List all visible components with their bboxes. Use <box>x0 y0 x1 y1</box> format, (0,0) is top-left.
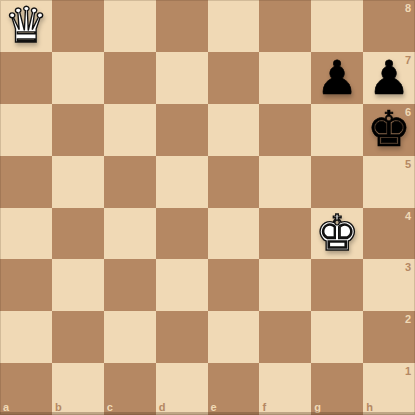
square-e5[interactable] <box>208 156 260 208</box>
square-g7[interactable]: ♟ <box>311 52 363 104</box>
square-a3[interactable] <box>0 259 52 311</box>
black-king[interactable]: ♚ <box>367 105 411 154</box>
square-h6[interactable]: ♚6 <box>363 104 415 156</box>
square-g4[interactable]: ♚ <box>311 208 363 260</box>
square-h3[interactable]: 3 <box>363 259 415 311</box>
rank-label-2: 2 <box>405 314 411 325</box>
square-d8[interactable] <box>156 0 208 52</box>
square-f4[interactable] <box>259 208 311 260</box>
white-king[interactable]: ♚ <box>315 209 359 258</box>
rank-label-5: 5 <box>405 159 411 170</box>
square-b8[interactable] <box>52 0 104 52</box>
rank-label-4: 4 <box>405 211 411 222</box>
square-e2[interactable] <box>208 311 260 363</box>
square-e1[interactable]: e <box>208 363 260 415</box>
square-g1[interactable]: g <box>311 363 363 415</box>
black-pawn[interactable]: ♟ <box>316 54 358 101</box>
square-b4[interactable] <box>52 208 104 260</box>
square-d5[interactable] <box>156 156 208 208</box>
square-g6[interactable] <box>311 104 363 156</box>
square-g8[interactable] <box>311 0 363 52</box>
white-queen[interactable]: ♛ <box>4 1 48 50</box>
square-c7[interactable] <box>104 52 156 104</box>
square-d2[interactable] <box>156 311 208 363</box>
square-a6[interactable] <box>0 104 52 156</box>
square-h1[interactable]: 1h <box>363 363 415 415</box>
file-label-c: c <box>107 402 113 413</box>
square-f3[interactable] <box>259 259 311 311</box>
square-f2[interactable] <box>259 311 311 363</box>
square-f5[interactable] <box>259 156 311 208</box>
square-f1[interactable]: f <box>259 363 311 415</box>
square-d6[interactable] <box>156 104 208 156</box>
square-a2[interactable] <box>0 311 52 363</box>
file-label-a: a <box>3 402 9 413</box>
square-c8[interactable] <box>104 0 156 52</box>
square-f6[interactable] <box>259 104 311 156</box>
square-e8[interactable] <box>208 0 260 52</box>
square-a8[interactable]: ♛ <box>0 0 52 52</box>
square-d4[interactable] <box>156 208 208 260</box>
square-d7[interactable] <box>156 52 208 104</box>
square-d3[interactable] <box>156 259 208 311</box>
square-g3[interactable] <box>311 259 363 311</box>
chess-board-wrapper: ♛8♟♟7♚65♚432abcdefg1h <box>0 0 415 415</box>
square-c6[interactable] <box>104 104 156 156</box>
square-a1[interactable]: a <box>0 363 52 415</box>
square-b7[interactable] <box>52 52 104 104</box>
square-h8[interactable]: 8 <box>363 0 415 52</box>
square-b5[interactable] <box>52 156 104 208</box>
square-c5[interactable] <box>104 156 156 208</box>
square-d1[interactable]: d <box>156 363 208 415</box>
square-b1[interactable]: b <box>52 363 104 415</box>
square-e6[interactable] <box>208 104 260 156</box>
rank-label-1: 1 <box>405 366 411 377</box>
file-label-e: e <box>211 402 217 413</box>
square-c1[interactable]: c <box>104 363 156 415</box>
square-c2[interactable] <box>104 311 156 363</box>
square-h2[interactable]: 2 <box>363 311 415 363</box>
square-f8[interactable] <box>259 0 311 52</box>
square-e7[interactable] <box>208 52 260 104</box>
chess-board: ♛8♟♟7♚65♚432abcdefg1h <box>0 0 415 415</box>
rank-label-3: 3 <box>405 262 411 273</box>
square-h4[interactable]: 4 <box>363 208 415 260</box>
file-label-f: f <box>262 402 266 413</box>
square-e4[interactable] <box>208 208 260 260</box>
file-label-d: d <box>159 402 166 413</box>
square-c4[interactable] <box>104 208 156 260</box>
square-b2[interactable] <box>52 311 104 363</box>
rank-label-8: 8 <box>405 3 411 14</box>
square-a5[interactable] <box>0 156 52 208</box>
file-label-h: h <box>366 402 373 413</box>
square-a4[interactable] <box>0 208 52 260</box>
file-label-b: b <box>55 402 62 413</box>
square-h7[interactable]: ♟7 <box>363 52 415 104</box>
black-pawn[interactable]: ♟ <box>368 54 410 101</box>
square-e3[interactable] <box>208 259 260 311</box>
square-b3[interactable] <box>52 259 104 311</box>
square-c3[interactable] <box>104 259 156 311</box>
square-g2[interactable] <box>311 311 363 363</box>
file-label-g: g <box>314 402 321 413</box>
square-g5[interactable] <box>311 156 363 208</box>
square-a7[interactable] <box>0 52 52 104</box>
square-b6[interactable] <box>52 104 104 156</box>
square-h5[interactable]: 5 <box>363 156 415 208</box>
square-f7[interactable] <box>259 52 311 104</box>
